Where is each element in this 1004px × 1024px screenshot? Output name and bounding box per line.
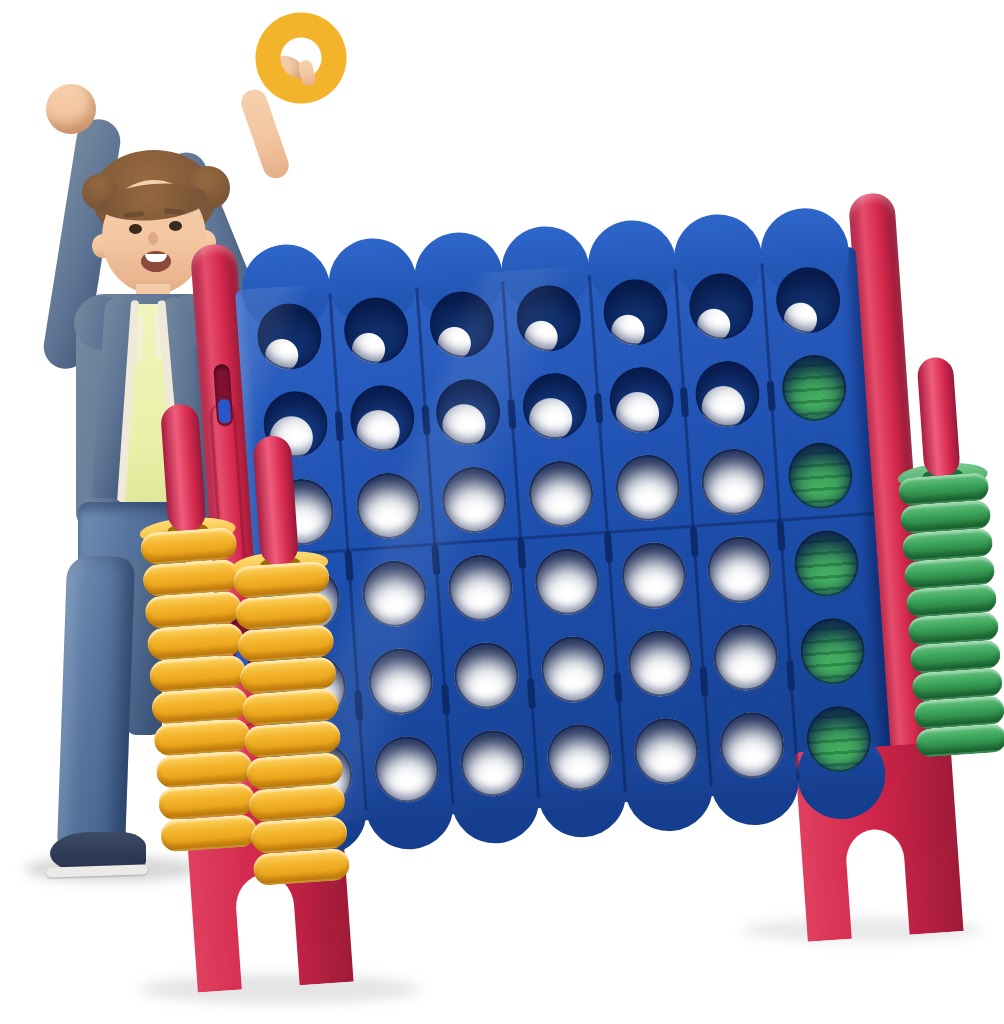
connect-four-set (0, 0, 1004, 1024)
board-cell (681, 347, 774, 441)
board-hole (687, 271, 755, 341)
board-hole (774, 265, 842, 335)
board-cell (786, 604, 878, 698)
board-hole (453, 640, 521, 710)
board-cell (675, 259, 768, 353)
board-hole (718, 710, 786, 780)
board-cell (589, 265, 681, 359)
board-hole (632, 716, 700, 786)
board-cell (613, 617, 705, 711)
board-hole (539, 634, 607, 704)
board-cell (533, 710, 626, 804)
board-cell (447, 716, 539, 810)
board-cell (348, 547, 441, 641)
board-hole (342, 295, 410, 365)
product-photo-scene (0, 0, 1004, 1024)
left-rail-slot-upper (213, 364, 233, 427)
board-hole (706, 534, 774, 604)
board-hole (515, 283, 583, 353)
board-cell (768, 341, 860, 435)
board-hole (613, 453, 681, 523)
storage-peg (160, 403, 207, 533)
board-hole (360, 559, 428, 629)
board-hole (440, 465, 508, 535)
board-hole (712, 622, 780, 692)
board-hole (780, 353, 848, 423)
board-cell (521, 535, 614, 629)
board-cell (762, 253, 854, 347)
board-hole (693, 359, 761, 429)
board-cell (243, 290, 335, 384)
board-cell (601, 441, 693, 535)
board-hole (527, 459, 595, 529)
board-cell (515, 447, 608, 541)
board-hole (428, 289, 496, 359)
board-cell (694, 523, 787, 617)
board-hole (545, 722, 613, 792)
board-cell (527, 623, 620, 717)
board-hole (434, 377, 502, 447)
board-hole (619, 540, 687, 610)
board-cell (360, 722, 453, 816)
board-hole (625, 628, 693, 698)
board-cell (700, 610, 793, 704)
board-hole (792, 528, 860, 598)
board-cell (774, 429, 866, 523)
board-cell (354, 635, 447, 729)
board-cell (435, 541, 527, 635)
board-hole (521, 371, 589, 441)
storage-ring-yellow (160, 814, 258, 853)
board-cell (428, 453, 520, 547)
board-hole (354, 471, 422, 541)
ring-pile (898, 472, 1004, 758)
board-cell (595, 353, 687, 447)
board-hole (786, 441, 854, 511)
board-cell (502, 271, 595, 365)
board-cell (336, 371, 429, 465)
board-hole (348, 383, 416, 453)
board-hole (372, 734, 440, 804)
board-cell (687, 435, 780, 529)
board-hole (447, 553, 515, 623)
storage-ring-yellow (252, 848, 350, 887)
board-cell (620, 704, 712, 798)
storage-peg (916, 356, 960, 478)
board-cell (792, 692, 884, 786)
board-hole (607, 365, 675, 435)
board-hole (700, 447, 768, 517)
board-cell (780, 517, 872, 611)
board-hole (533, 547, 601, 617)
board-hole (459, 728, 527, 798)
board-cell (706, 698, 799, 792)
board-cell (441, 629, 533, 723)
board-hole (601, 277, 669, 347)
board-cell (607, 529, 699, 623)
storage-ring-green (915, 723, 1004, 757)
board-cell (330, 283, 423, 377)
board-hole (798, 616, 866, 686)
board-hole (255, 301, 323, 371)
board-cell (342, 459, 435, 553)
left-rail-blue-pin-upper (218, 399, 232, 424)
board-hole (804, 704, 872, 774)
board-cell (416, 277, 508, 371)
board-cell (422, 365, 514, 459)
board-hole (366, 646, 434, 716)
board-cell (509, 359, 602, 453)
